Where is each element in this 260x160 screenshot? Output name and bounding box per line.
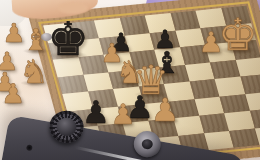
chess-piece-black-pawn-c[interactable]: ♟ (82, 97, 110, 128)
captured-chess-piece-captured-white-pawn-4[interactable]: ♟ (1, 80, 25, 107)
clock-case-hole (26, 144, 33, 151)
chess-piece-black-king[interactable]: ♚ (47, 16, 88, 62)
captured-chess-piece-captured-white-bishop[interactable]: ♝ (23, 25, 50, 55)
chess-piece-white-king[interactable]: ♚ (218, 13, 257, 57)
chess-piece-white-pawn-c[interactable]: ♟ (151, 94, 180, 126)
chess-photo-scene: ♚♟♟♟♚♝♟♞♛♟♟♟♟♟♝♞♟♟♟ (0, 0, 260, 160)
board-square-f8-r4[interactable] (235, 57, 260, 77)
board-square-f8-r5[interactable] (240, 74, 260, 94)
